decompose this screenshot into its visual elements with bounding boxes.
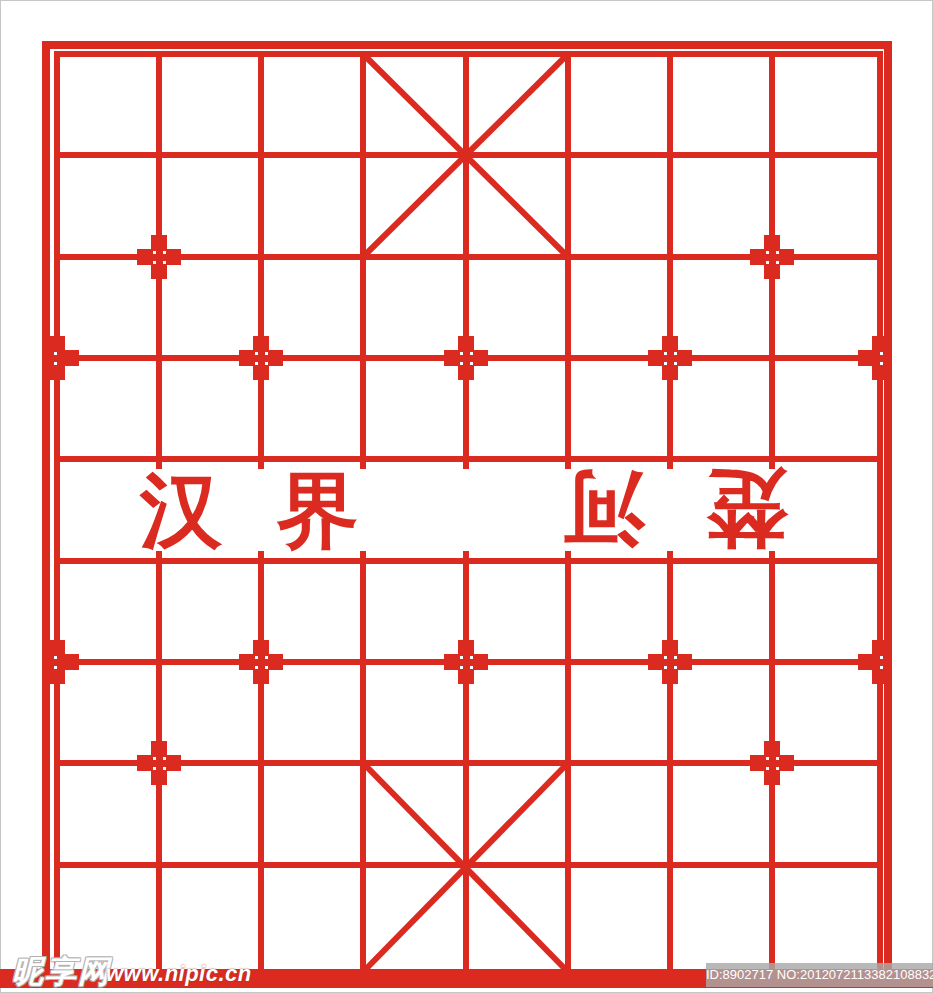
marker-horizontal-bar: [137, 755, 181, 771]
point-marker: [239, 640, 283, 684]
marker-horizontal-bar: [137, 249, 181, 265]
river-file-stub: [258, 462, 264, 469]
board-cell: [264, 868, 366, 969]
marker-dot: [664, 362, 667, 365]
board-cell: [264, 158, 366, 259]
board-cell: [571, 868, 673, 969]
board-cell: [264, 766, 366, 867]
board-cell: [366, 462, 468, 563]
river-file-stub: [258, 551, 264, 558]
marker-dot: [54, 352, 57, 355]
marker-dot: [470, 352, 473, 355]
point-marker: [239, 336, 283, 380]
point-marker: [35, 640, 79, 684]
marker-dot: [776, 757, 779, 760]
marker-dot: [776, 251, 779, 254]
marker-dot: [54, 666, 57, 669]
marker-horizontal-bar: [239, 654, 283, 670]
board-cell: [469, 868, 571, 969]
point-marker: [648, 640, 692, 684]
river-file-stub: [463, 462, 469, 469]
marker-dot: [674, 362, 677, 365]
marker-dot: [470, 656, 473, 659]
marker-dot: [265, 352, 268, 355]
marker-horizontal-bar: [750, 249, 794, 265]
marker-dot: [153, 767, 156, 770]
river-character: 汉: [133, 462, 229, 558]
stock-image-canvas: 汉界河楚 昵享网 www.nipic.cn ID:8902717 NO:2012…: [0, 0, 933, 993]
board-cell: [469, 766, 571, 867]
board-cell: [775, 57, 877, 158]
point-marker: [858, 336, 902, 380]
marker-dot: [776, 767, 779, 770]
board-cell: [775, 868, 877, 969]
board-cell: [264, 57, 366, 158]
marker-horizontal-bar: [444, 654, 488, 670]
board-cell: [673, 57, 775, 158]
marker-dot: [674, 352, 677, 355]
river-file-stub: [667, 551, 673, 558]
image-id-badge: ID:8902717 NO:20120721133821088328: [706, 963, 933, 987]
marker-dot: [674, 656, 677, 659]
marker-dot: [766, 757, 769, 760]
marker-dot: [255, 362, 258, 365]
river-character: 界: [270, 462, 366, 558]
board-cell: [60, 57, 162, 158]
river-character: 河: [556, 462, 652, 558]
board-cell: [162, 57, 264, 158]
marker-dot: [163, 767, 166, 770]
marker-dot: [880, 352, 883, 355]
marker-dot: [153, 261, 156, 264]
marker-horizontal-bar: [858, 654, 888, 670]
river-character: 楚: [699, 462, 795, 558]
marker-dot: [54, 656, 57, 659]
board-cell: [673, 868, 775, 969]
marker-dot: [470, 666, 473, 669]
board-cell: [571, 57, 673, 158]
marker-dot: [255, 656, 258, 659]
marker-horizontal-bar: [444, 350, 488, 366]
marker-dot: [470, 362, 473, 365]
marker-dot: [766, 767, 769, 770]
marker-horizontal-bar: [648, 654, 692, 670]
marker-horizontal-bar: [648, 350, 692, 366]
marker-dot: [163, 757, 166, 760]
marker-dot: [460, 352, 463, 355]
river-file-stub: [667, 462, 673, 469]
point-marker: [137, 741, 181, 785]
marker-dot: [265, 656, 268, 659]
board-cell: [366, 57, 468, 158]
marker-dot: [880, 362, 883, 365]
marker-dot: [880, 666, 883, 669]
board-cell: [571, 766, 673, 867]
marker-dot: [664, 656, 667, 659]
board-cell: [366, 766, 468, 867]
marker-dot: [163, 251, 166, 254]
board-cell: [571, 158, 673, 259]
marker-dot: [766, 251, 769, 254]
marker-dot: [460, 656, 463, 659]
marker-dot: [163, 261, 166, 264]
marker-dot: [153, 251, 156, 254]
marker-dot: [674, 666, 677, 669]
board-cell: [469, 57, 571, 158]
marker-dot: [664, 666, 667, 669]
marker-dot: [460, 362, 463, 365]
board-cell: [469, 158, 571, 259]
marker-horizontal-bar: [750, 755, 794, 771]
point-marker: [137, 235, 181, 279]
marker-dot: [54, 362, 57, 365]
marker-dot: [265, 362, 268, 365]
river-file-stub: [463, 551, 469, 558]
site-url: www.nipic.cn: [106, 961, 252, 987]
marker-dot: [255, 666, 258, 669]
marker-dot: [460, 666, 463, 669]
marker-dot: [880, 656, 883, 659]
point-marker: [750, 741, 794, 785]
marker-dot: [265, 666, 268, 669]
board-cell: [366, 158, 468, 259]
site-logo: 昵享网: [12, 951, 111, 993]
point-marker: [858, 640, 902, 684]
marker-horizontal-bar: [858, 350, 888, 366]
board-cell: [366, 868, 468, 969]
marker-dot: [255, 352, 258, 355]
marker-horizontal-bar: [239, 350, 283, 366]
point-marker: [444, 640, 488, 684]
point-marker: [444, 336, 488, 380]
point-marker: [35, 336, 79, 380]
point-marker: [750, 235, 794, 279]
point-marker: [648, 336, 692, 380]
marker-dot: [153, 757, 156, 760]
marker-dot: [664, 352, 667, 355]
marker-dot: [766, 261, 769, 264]
board-cell: [162, 868, 264, 969]
marker-dot: [776, 261, 779, 264]
